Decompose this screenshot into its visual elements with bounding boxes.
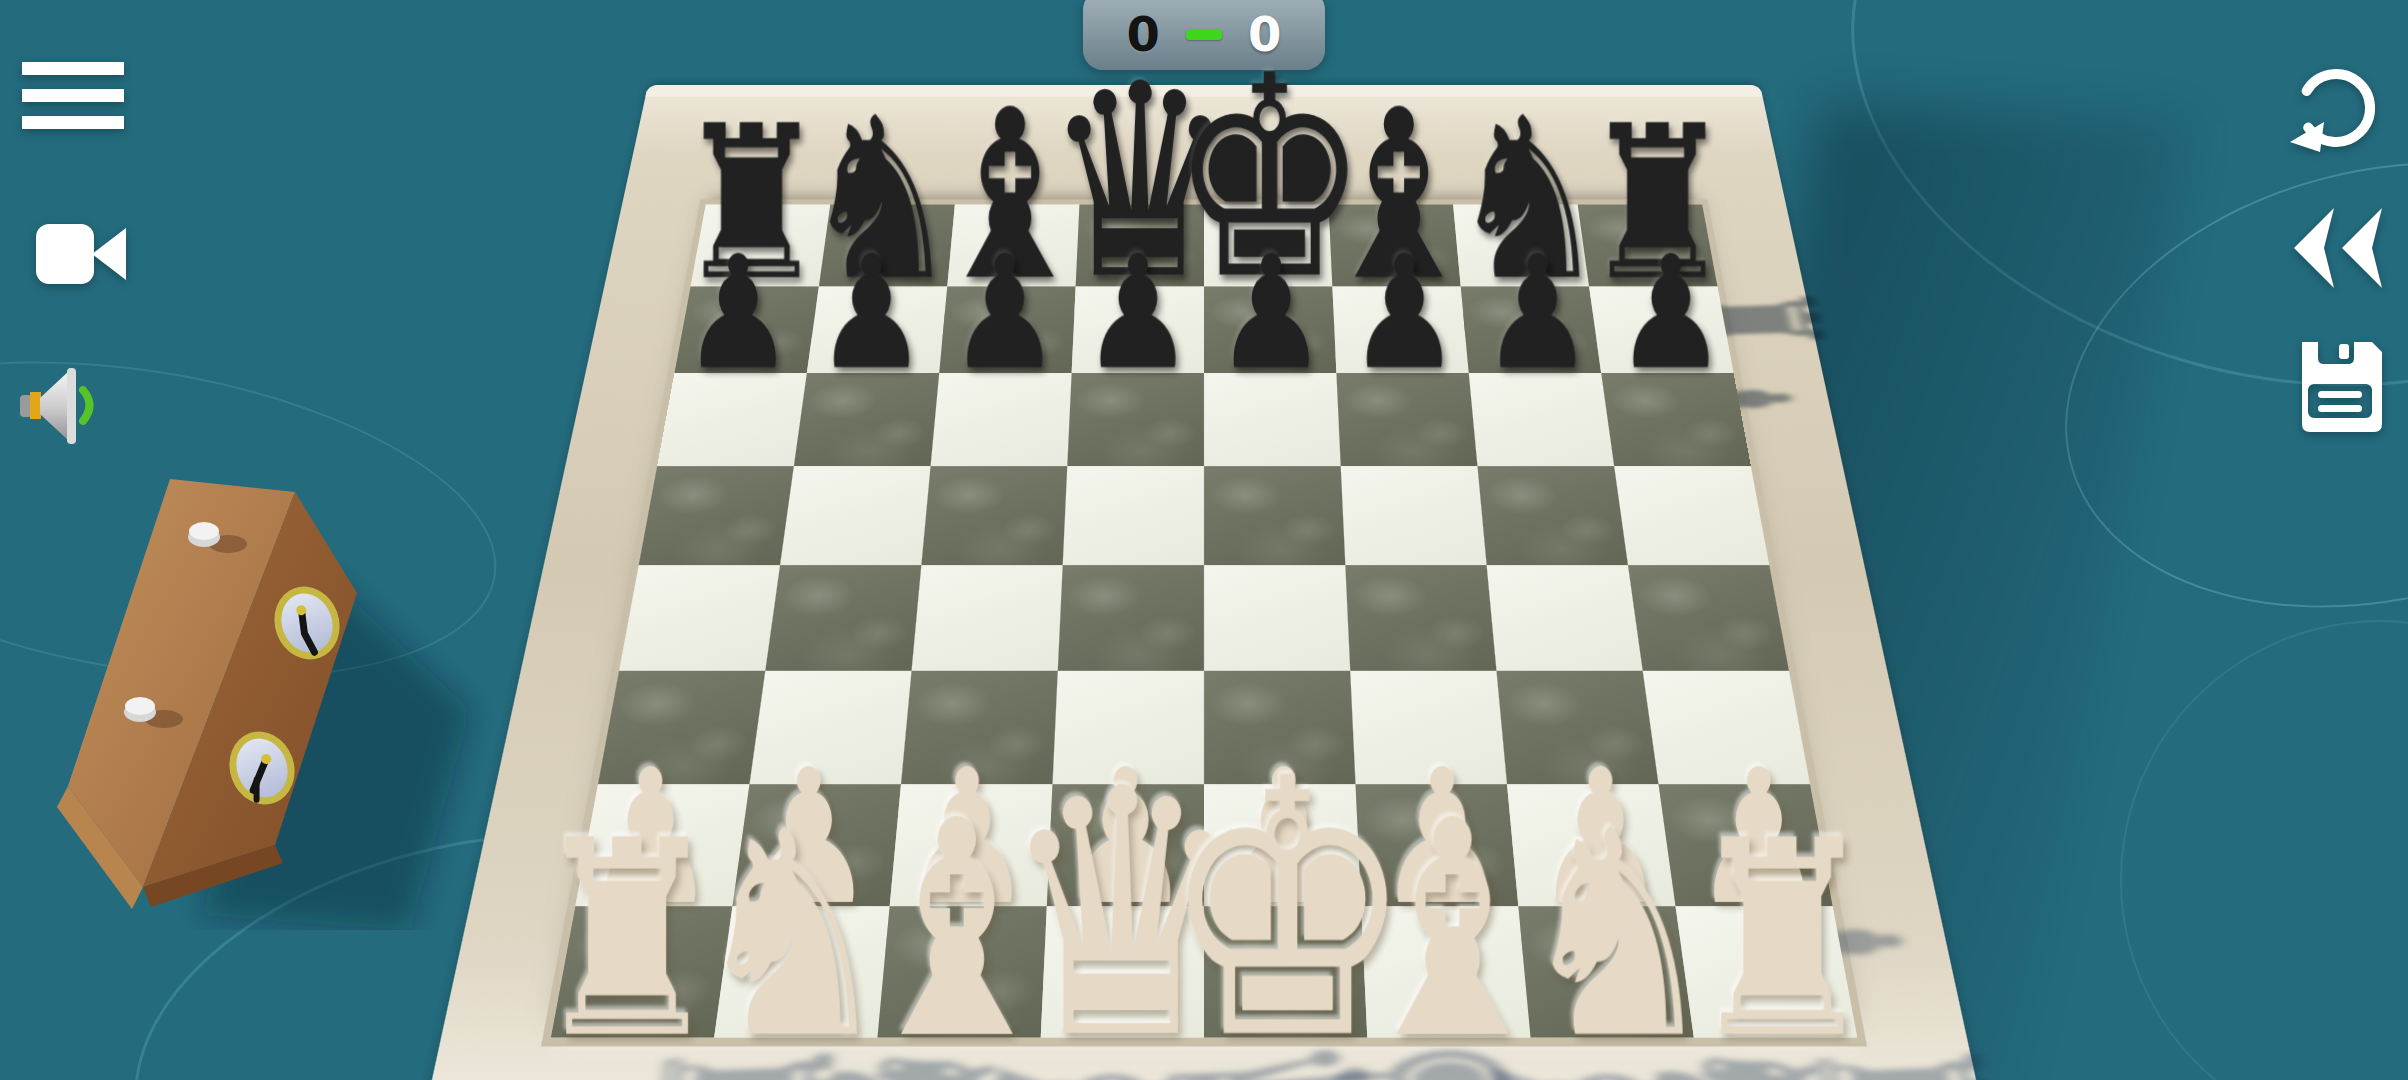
hamburger-icon [22,62,124,132]
camera-view-button[interactable] [36,222,128,286]
chess-board-frame: ♜♜♞♞♝♝♛♛♚♚♝♝♞♞♜♜♟♟♟♟♟♟♟♟♟♟♟♟♟♟♟♟♟♟♟♟♟♟♟♟… [421,85,1986,1080]
square-e4[interactable] [1204,565,1350,671]
black-pawn[interactable]: ♟ [1481,235,1593,392]
menu-button[interactable] [22,62,124,132]
square-f7[interactable]: ♟♟ [1332,286,1468,373]
square-e5[interactable] [1204,466,1345,565]
square-b7[interactable]: ♟♟ [807,286,948,373]
undo-button[interactable] [2288,202,2390,294]
clock-button-shadow [145,710,183,728]
black-pawn[interactable]: ♟ [815,235,927,392]
white-king[interactable]: ♚ [1160,733,1415,1080]
clock-button [125,697,155,715]
save-button[interactable] [2294,338,2386,438]
square-d5[interactable] [1063,466,1204,565]
video-camera-icon [36,222,128,286]
board-perspective: ♜♜♞♞♝♝♛♛♚♚♝♝♞♞♜♜♟♟♟♟♟♟♟♟♟♟♟♟♟♟♟♟♟♟♟♟♟♟♟♟… [648,85,1760,1026]
floppy-disk-icon [2294,338,2386,438]
clock-button-shadow [209,535,247,553]
square-c4[interactable] [912,565,1063,671]
square-h4[interactable] [1628,565,1789,671]
square-e7[interactable]: ♟♟ [1204,286,1336,373]
restart-button[interactable] [2284,62,2382,156]
black-pawn[interactable]: ♟ [1081,235,1193,392]
clock-end-face [57,786,143,909]
clock-dial-top [264,577,349,668]
square-f4[interactable] [1345,565,1496,671]
square-d4[interactable] [1058,565,1204,671]
sound-button[interactable] [18,358,106,452]
clock-front-face [143,492,357,887]
square-g5[interactable] [1477,466,1628,565]
square-h5[interactable] [1614,466,1769,565]
square-a4[interactable] [619,565,780,671]
square-c7[interactable]: ♟♟ [939,286,1075,373]
square-g7[interactable]: ♟♟ [1461,286,1602,373]
square-b4[interactable] [765,565,921,671]
speaker-volume-icon [18,358,106,452]
clock-button [188,527,220,547]
chess-board-grid: ♜♜♞♞♝♝♛♛♚♚♝♝♞♞♜♜♟♟♟♟♟♟♟♟♟♟♟♟♟♟♟♟♟♟♟♟♟♟♟♟… [551,205,1857,1038]
double-chevron-left-icon [2288,202,2390,294]
square-a5[interactable] [639,466,794,565]
clock-top-face [68,479,295,887]
clock-button [189,522,219,540]
square-c5[interactable] [921,466,1067,565]
clock-cast-shadow [200,570,470,930]
square-f5[interactable] [1341,466,1487,565]
black-pawn[interactable]: ♟ [1614,235,1726,392]
rotate-ccw-arrow-icon [2284,62,2382,156]
black-pawn[interactable]: ♟ [948,235,1060,392]
black-pawn[interactable]: ♟ [681,235,793,392]
black-pawn[interactable]: ♟ [1348,235,1460,392]
square-d7[interactable]: ♟♟ [1072,286,1204,373]
game-scene: ♜♜♞♞♝♝♛♛♚♚♝♝♞♞♜♜♟♟♟♟♟♟♟♟♟♟♟♟♟♟♟♟♟♟♟♟♟♟♟♟… [0,0,2408,1080]
clock-dial-bottom [219,722,304,813]
square-g4[interactable] [1487,565,1643,671]
square-e1[interactable]: ♚♚ [1204,906,1367,1037]
black-pawn[interactable]: ♟ [1214,235,1326,392]
clock-bottom-face [143,845,283,907]
square-b5[interactable] [780,466,931,565]
clock-button [124,702,156,722]
